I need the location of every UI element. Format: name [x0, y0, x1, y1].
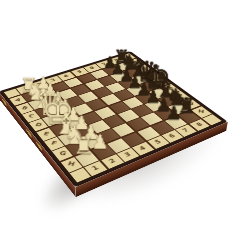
rank-label-3: 3: [124, 152, 133, 158]
chess-set-photo: ABCDEFGH8877665544332211ABCDEFGH ♜♞♝♛♚♝♞…: [0, 0, 228, 228]
rank-label-1: 1: [92, 165, 101, 172]
pawn-glyph: ♟: [148, 104, 198, 122]
rook-glyph: ♜: [56, 134, 112, 158]
rank-label-2: 2: [108, 158, 117, 165]
rank-label-7: 7: [182, 128, 191, 134]
rank-label-5: 5: [154, 139, 163, 145]
rank-label-8: 8: [195, 122, 204, 127]
file-label-d: D: [158, 80, 164, 84]
rank-label-6: 6: [168, 133, 177, 139]
scene: ABCDEFGH8877665544332211ABCDEFGH ♜♞♝♛♚♝♞…: [0, 0, 228, 228]
file-label-c: C: [149, 73, 154, 77]
chess-board: ABCDEFGH8877665544332211ABCDEFGH ♜♞♝♛♚♝♞…: [0, 51, 228, 187]
rank-label-4: 4: [139, 145, 148, 151]
file-label-b: B: [141, 67, 147, 71]
file-label-h: H: [67, 161, 76, 167]
